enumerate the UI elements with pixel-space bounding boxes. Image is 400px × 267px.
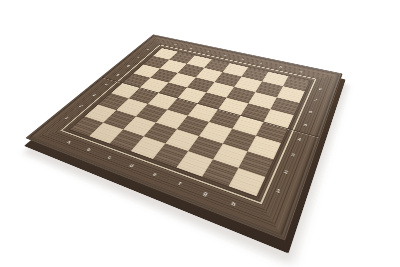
coordinate-label-4: 4: [282, 128, 317, 151]
square-c1: [109, 129, 143, 151]
square-d2: [144, 122, 177, 143]
square-e1: [153, 143, 189, 167]
square-h1: [228, 168, 265, 197]
product-photo-stage: abcdefgh abcdefgh 87654321 87654321: [0, 0, 400, 267]
square-g5: [240, 103, 270, 122]
square-e2: [166, 129, 200, 151]
square-e3: [177, 116, 209, 136]
square-f2: [188, 136, 222, 159]
square-g4: [232, 115, 263, 135]
square-b2: [104, 110, 136, 129]
square-g2: [213, 143, 248, 167]
square-g1: [202, 159, 239, 186]
square-c3: [136, 104, 167, 122]
square-b1: [89, 123, 123, 144]
coordinate-label-5: 5: [289, 115, 322, 136]
board-frame-bottom: [26, 121, 296, 241]
square-f4: [209, 109, 240, 128]
coordinate-label-1: 1: [258, 176, 298, 207]
coordinate-label-3: 3: [275, 143, 311, 168]
coordinate-label-2: 2: [267, 159, 305, 187]
square-a1: [70, 116, 103, 136]
square-h6: [270, 97, 299, 115]
square-h3: [247, 136, 281, 159]
square-g3: [223, 129, 256, 151]
square-h5: [263, 109, 293, 129]
coordinate-label-6: 6: [295, 103, 327, 122]
square-f1: [177, 151, 213, 177]
chessboard: abcdefgh abcdefgh 87654321 87654321: [26, 34, 342, 239]
square-e4: [188, 104, 219, 123]
square-c2: [123, 116, 156, 136]
square-d1: [131, 136, 166, 159]
square-f3: [199, 122, 232, 143]
square-d3: [156, 110, 188, 129]
square-h2: [238, 151, 273, 177]
square-h4: [256, 122, 288, 143]
coordinate-label-1: 1: [50, 109, 84, 128]
